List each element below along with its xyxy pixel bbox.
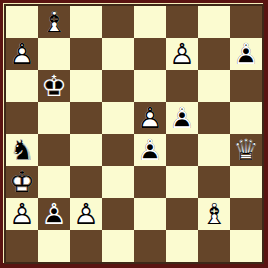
square-f5[interactable]: ♟♙ (166, 102, 198, 134)
piece-black-king-b6: ♚♔ (38, 70, 70, 102)
square-g6[interactable] (198, 70, 230, 102)
square-a8[interactable] (6, 6, 38, 38)
square-g2[interactable]: ♝♗ (198, 198, 230, 230)
square-e7[interactable] (134, 38, 166, 70)
piece-white-bishop-b8: ♝♗ (38, 6, 70, 38)
piece-white-queen-h4: ♛♕ (230, 134, 262, 166)
piece-black-pawn-f5: ♟♙ (166, 102, 198, 134)
square-b3[interactable] (38, 166, 70, 198)
square-e3[interactable] (134, 166, 166, 198)
square-b1[interactable] (38, 230, 70, 262)
chess-board-frame: ♝♗♟♙♟♙♟♙♚♔♟♙♟♙♞♘♟♙♛♕♚♔♟♙♟♙♟♙♝♗ (0, 0, 268, 268)
piece-white-pawn-c2: ♟♙ (70, 198, 102, 230)
piece-black-pawn-h7: ♟♙ (230, 38, 262, 70)
square-h5[interactable] (230, 102, 262, 134)
square-d1[interactable] (102, 230, 134, 262)
square-g4[interactable] (198, 134, 230, 166)
square-f6[interactable] (166, 70, 198, 102)
square-d3[interactable] (102, 166, 134, 198)
square-c7[interactable] (70, 38, 102, 70)
square-a1[interactable] (6, 230, 38, 262)
chess-board: ♝♗♟♙♟♙♟♙♚♔♟♙♟♙♞♘♟♙♛♕♚♔♟♙♟♙♟♙♝♗ (6, 6, 262, 262)
square-e4[interactable]: ♟♙ (134, 134, 166, 166)
square-f4[interactable] (166, 134, 198, 166)
square-e6[interactable] (134, 70, 166, 102)
square-c5[interactable] (70, 102, 102, 134)
square-b4[interactable] (38, 134, 70, 166)
square-d2[interactable] (102, 198, 134, 230)
piece-black-knight-a4: ♞♘ (6, 134, 38, 166)
square-d7[interactable] (102, 38, 134, 70)
square-h8[interactable] (230, 6, 262, 38)
square-e1[interactable] (134, 230, 166, 262)
piece-white-bishop-g2: ♝♗ (198, 198, 230, 230)
square-a6[interactable] (6, 70, 38, 102)
square-d6[interactable] (102, 70, 134, 102)
square-c4[interactable] (70, 134, 102, 166)
square-f7[interactable]: ♟♙ (166, 38, 198, 70)
square-a2[interactable]: ♟♙ (6, 198, 38, 230)
square-g1[interactable] (198, 230, 230, 262)
square-b7[interactable] (38, 38, 70, 70)
piece-white-king-a3: ♚♔ (6, 166, 38, 198)
square-b6[interactable]: ♚♔ (38, 70, 70, 102)
square-b8[interactable]: ♝♗ (38, 6, 70, 38)
square-f1[interactable] (166, 230, 198, 262)
square-b5[interactable] (38, 102, 70, 134)
square-g5[interactable] (198, 102, 230, 134)
piece-white-pawn-a2: ♟♙ (6, 198, 38, 230)
square-g8[interactable] (198, 6, 230, 38)
square-c1[interactable] (70, 230, 102, 262)
square-f3[interactable] (166, 166, 198, 198)
square-a7[interactable]: ♟♙ (6, 38, 38, 70)
piece-white-pawn-e5: ♟♙ (134, 102, 166, 134)
square-b2[interactable]: ♟♙ (38, 198, 70, 230)
square-g3[interactable] (198, 166, 230, 198)
chess-board-inner-frame: ♝♗♟♙♟♙♟♙♚♔♟♙♟♙♞♘♟♙♛♕♚♔♟♙♟♙♟♙♝♗ (4, 4, 264, 264)
square-c3[interactable] (70, 166, 102, 198)
piece-black-pawn-e4: ♟♙ (134, 134, 166, 166)
square-g7[interactable] (198, 38, 230, 70)
piece-black-pawn-b2: ♟♙ (38, 198, 70, 230)
square-d4[interactable] (102, 134, 134, 166)
square-h1[interactable] (230, 230, 262, 262)
square-h7[interactable]: ♟♙ (230, 38, 262, 70)
square-c6[interactable] (70, 70, 102, 102)
square-e5[interactable]: ♟♙ (134, 102, 166, 134)
square-d5[interactable] (102, 102, 134, 134)
square-h2[interactable] (230, 198, 262, 230)
square-h6[interactable] (230, 70, 262, 102)
square-a4[interactable]: ♞♘ (6, 134, 38, 166)
piece-white-pawn-f7: ♟♙ (166, 38, 198, 70)
square-d8[interactable] (102, 6, 134, 38)
square-c2[interactable]: ♟♙ (70, 198, 102, 230)
square-a3[interactable]: ♚♔ (6, 166, 38, 198)
square-e8[interactable] (134, 6, 166, 38)
square-a5[interactable] (6, 102, 38, 134)
square-h4[interactable]: ♛♕ (230, 134, 262, 166)
piece-white-pawn-a7: ♟♙ (6, 38, 38, 70)
square-f8[interactable] (166, 6, 198, 38)
square-h3[interactable] (230, 166, 262, 198)
square-e2[interactable] (134, 198, 166, 230)
square-c8[interactable] (70, 6, 102, 38)
square-f2[interactable] (166, 198, 198, 230)
